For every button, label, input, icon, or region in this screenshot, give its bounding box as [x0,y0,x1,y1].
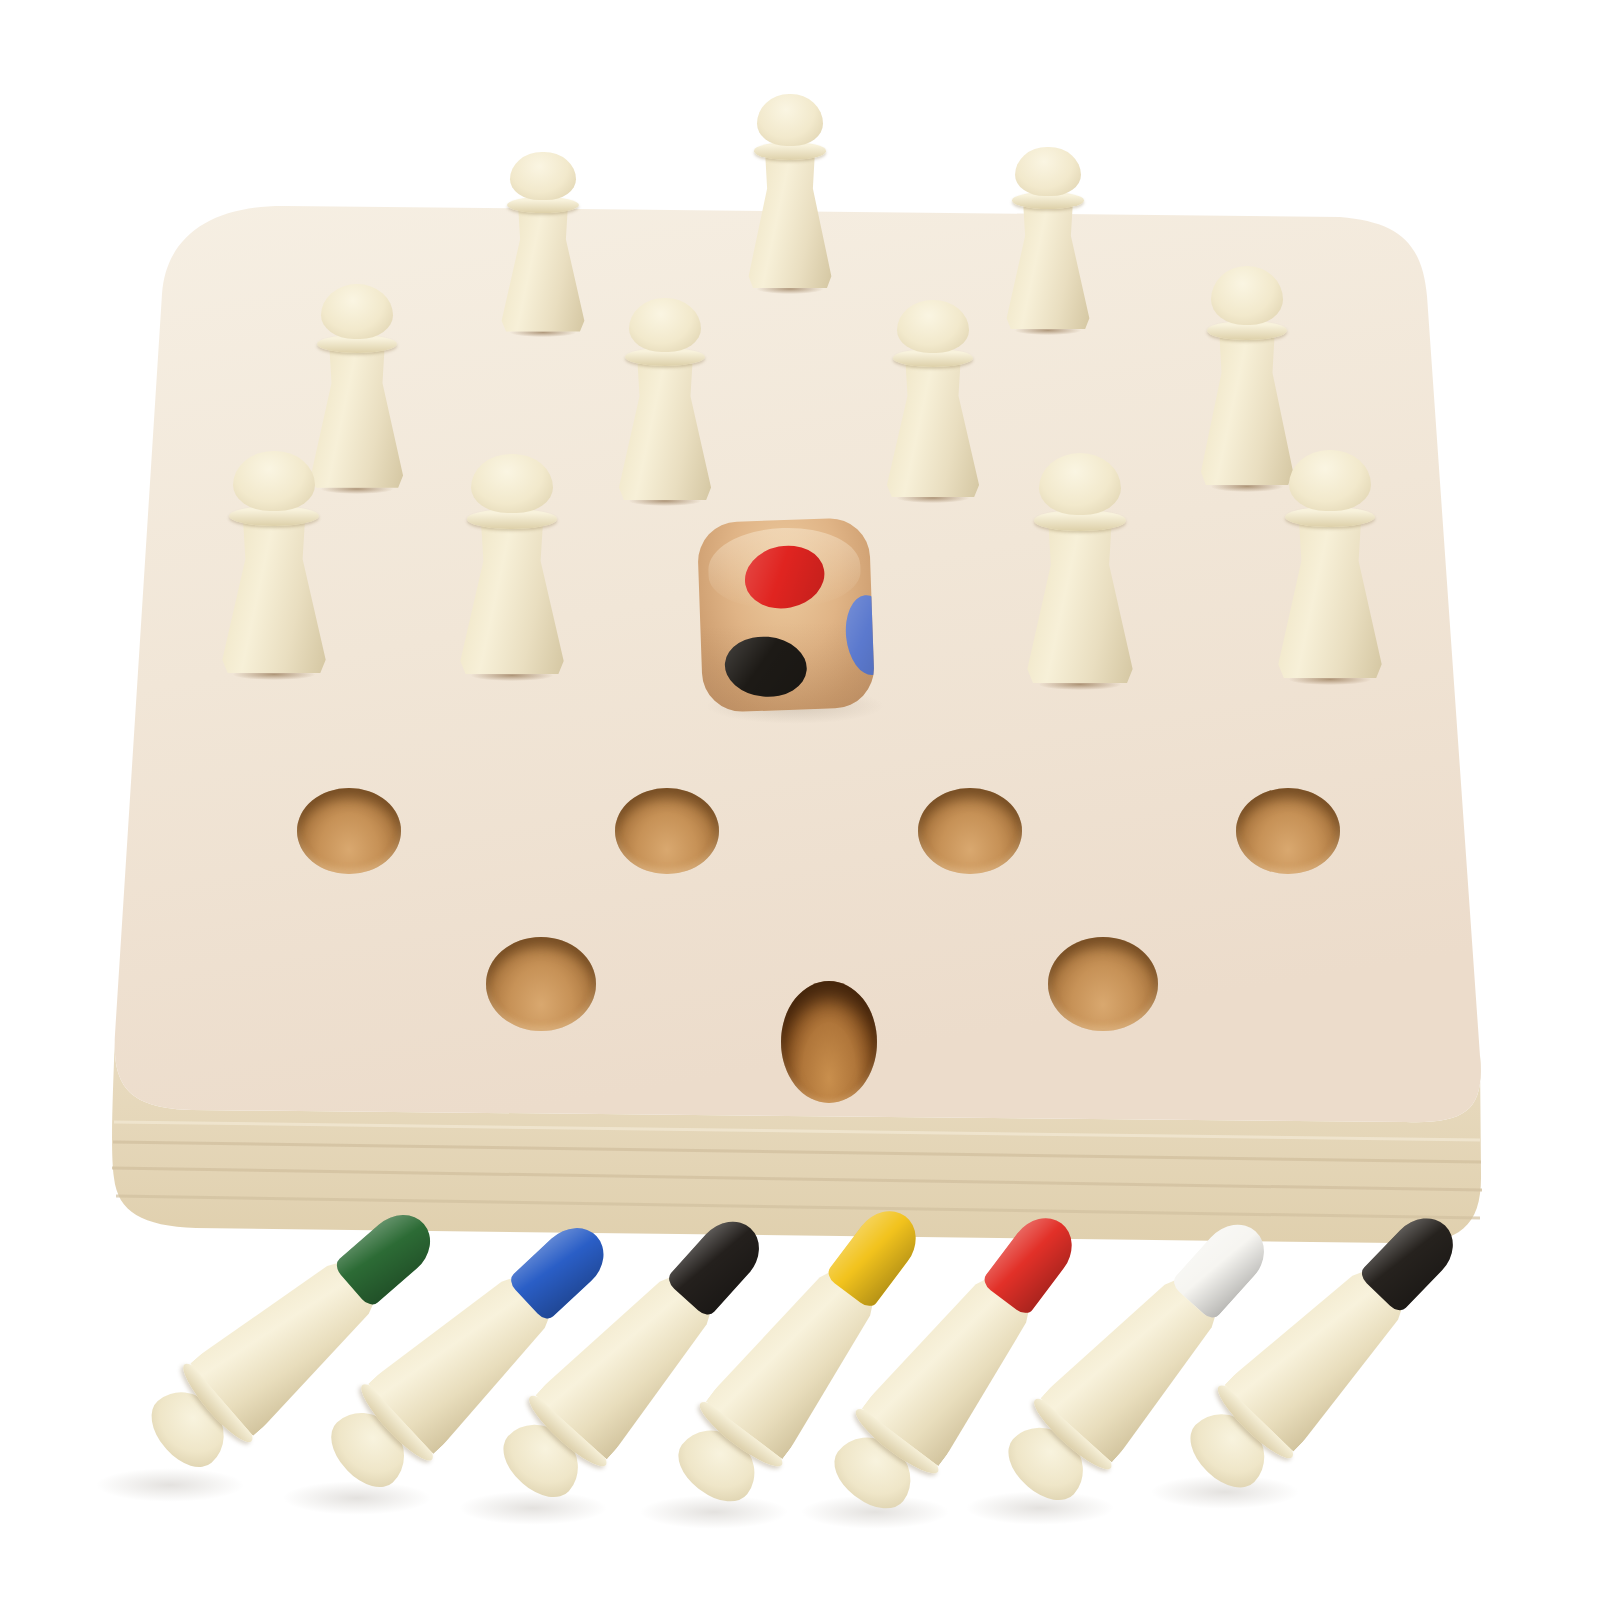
peg-body [308,350,406,488]
empty-hole-deep[interactable] [781,981,877,1103]
standing-peg[interactable] [616,298,714,506]
peg-body [1004,206,1092,329]
standing-peg[interactable] [1004,147,1092,335]
die-face-blue [842,593,875,677]
die-face-red [739,539,829,615]
standing-peg[interactable] [1198,266,1296,492]
standing-peg[interactable] [499,152,587,337]
peg-body [746,157,834,288]
product-photo-stage [0,0,1600,1600]
standing-peg[interactable] [308,284,406,494]
die-face-black [722,634,809,701]
peg-head [510,152,575,200]
empty-hole[interactable] [297,788,401,874]
peg-body [219,523,329,673]
peg-head [897,300,970,353]
peg-body [499,210,587,331]
peg-head [471,454,552,513]
standing-peg[interactable] [219,451,329,680]
peg-body [1275,524,1385,678]
standing-peg[interactable] [1024,453,1136,690]
empty-hole[interactable] [1048,937,1158,1031]
empty-hole[interactable] [486,937,596,1031]
empty-hole[interactable] [615,788,719,874]
peg-head [1039,453,1122,515]
peg-body [1024,528,1136,684]
color-die[interactable] [697,517,876,713]
empty-hole[interactable] [918,788,1022,874]
peg-body [616,363,714,499]
peg-head [629,298,702,352]
peg-head [757,94,822,146]
empty-hole[interactable] [1236,788,1340,874]
peg-body [457,525,567,674]
standing-peg[interactable] [884,300,982,503]
standing-peg[interactable] [457,454,567,681]
standing-peg[interactable] [1275,450,1385,685]
standing-peg[interactable] [746,94,834,294]
peg-body [884,364,982,497]
peg-head [233,451,314,511]
peg-head [1289,450,1370,511]
peg-head [1015,147,1080,196]
peg-head [1211,266,1284,325]
peg-head [321,284,394,339]
peg-body [1198,337,1296,485]
